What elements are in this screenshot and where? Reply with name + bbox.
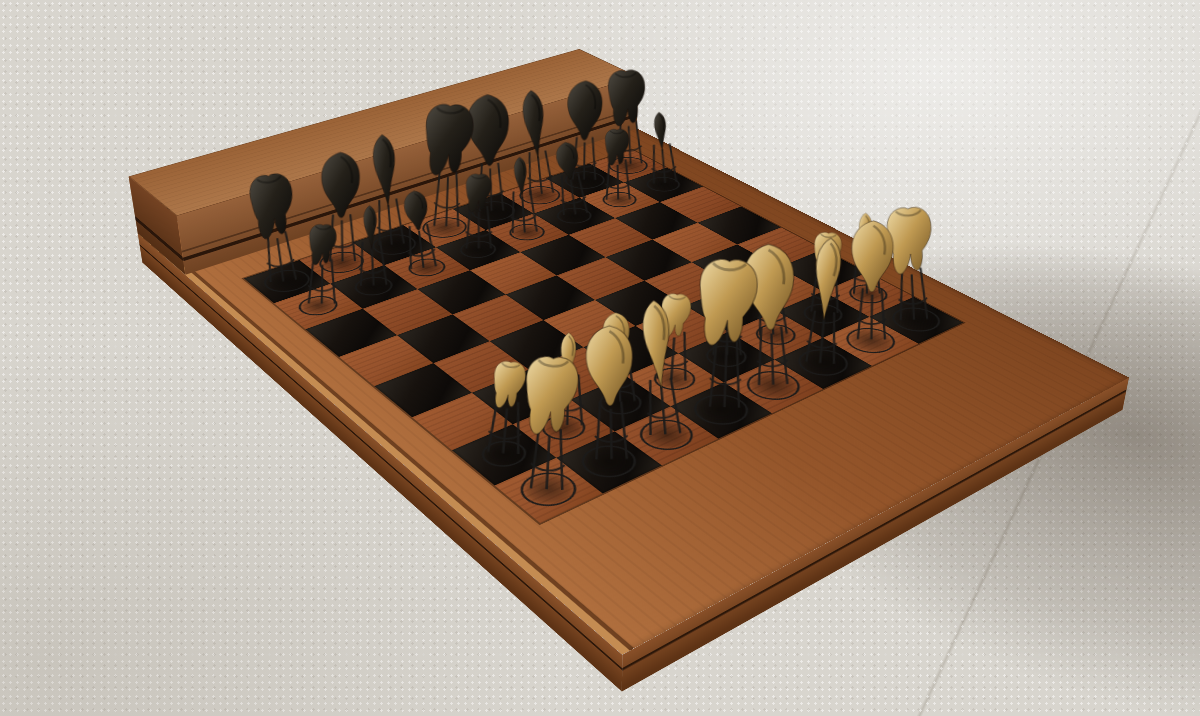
- floor: [0, 0, 1200, 716]
